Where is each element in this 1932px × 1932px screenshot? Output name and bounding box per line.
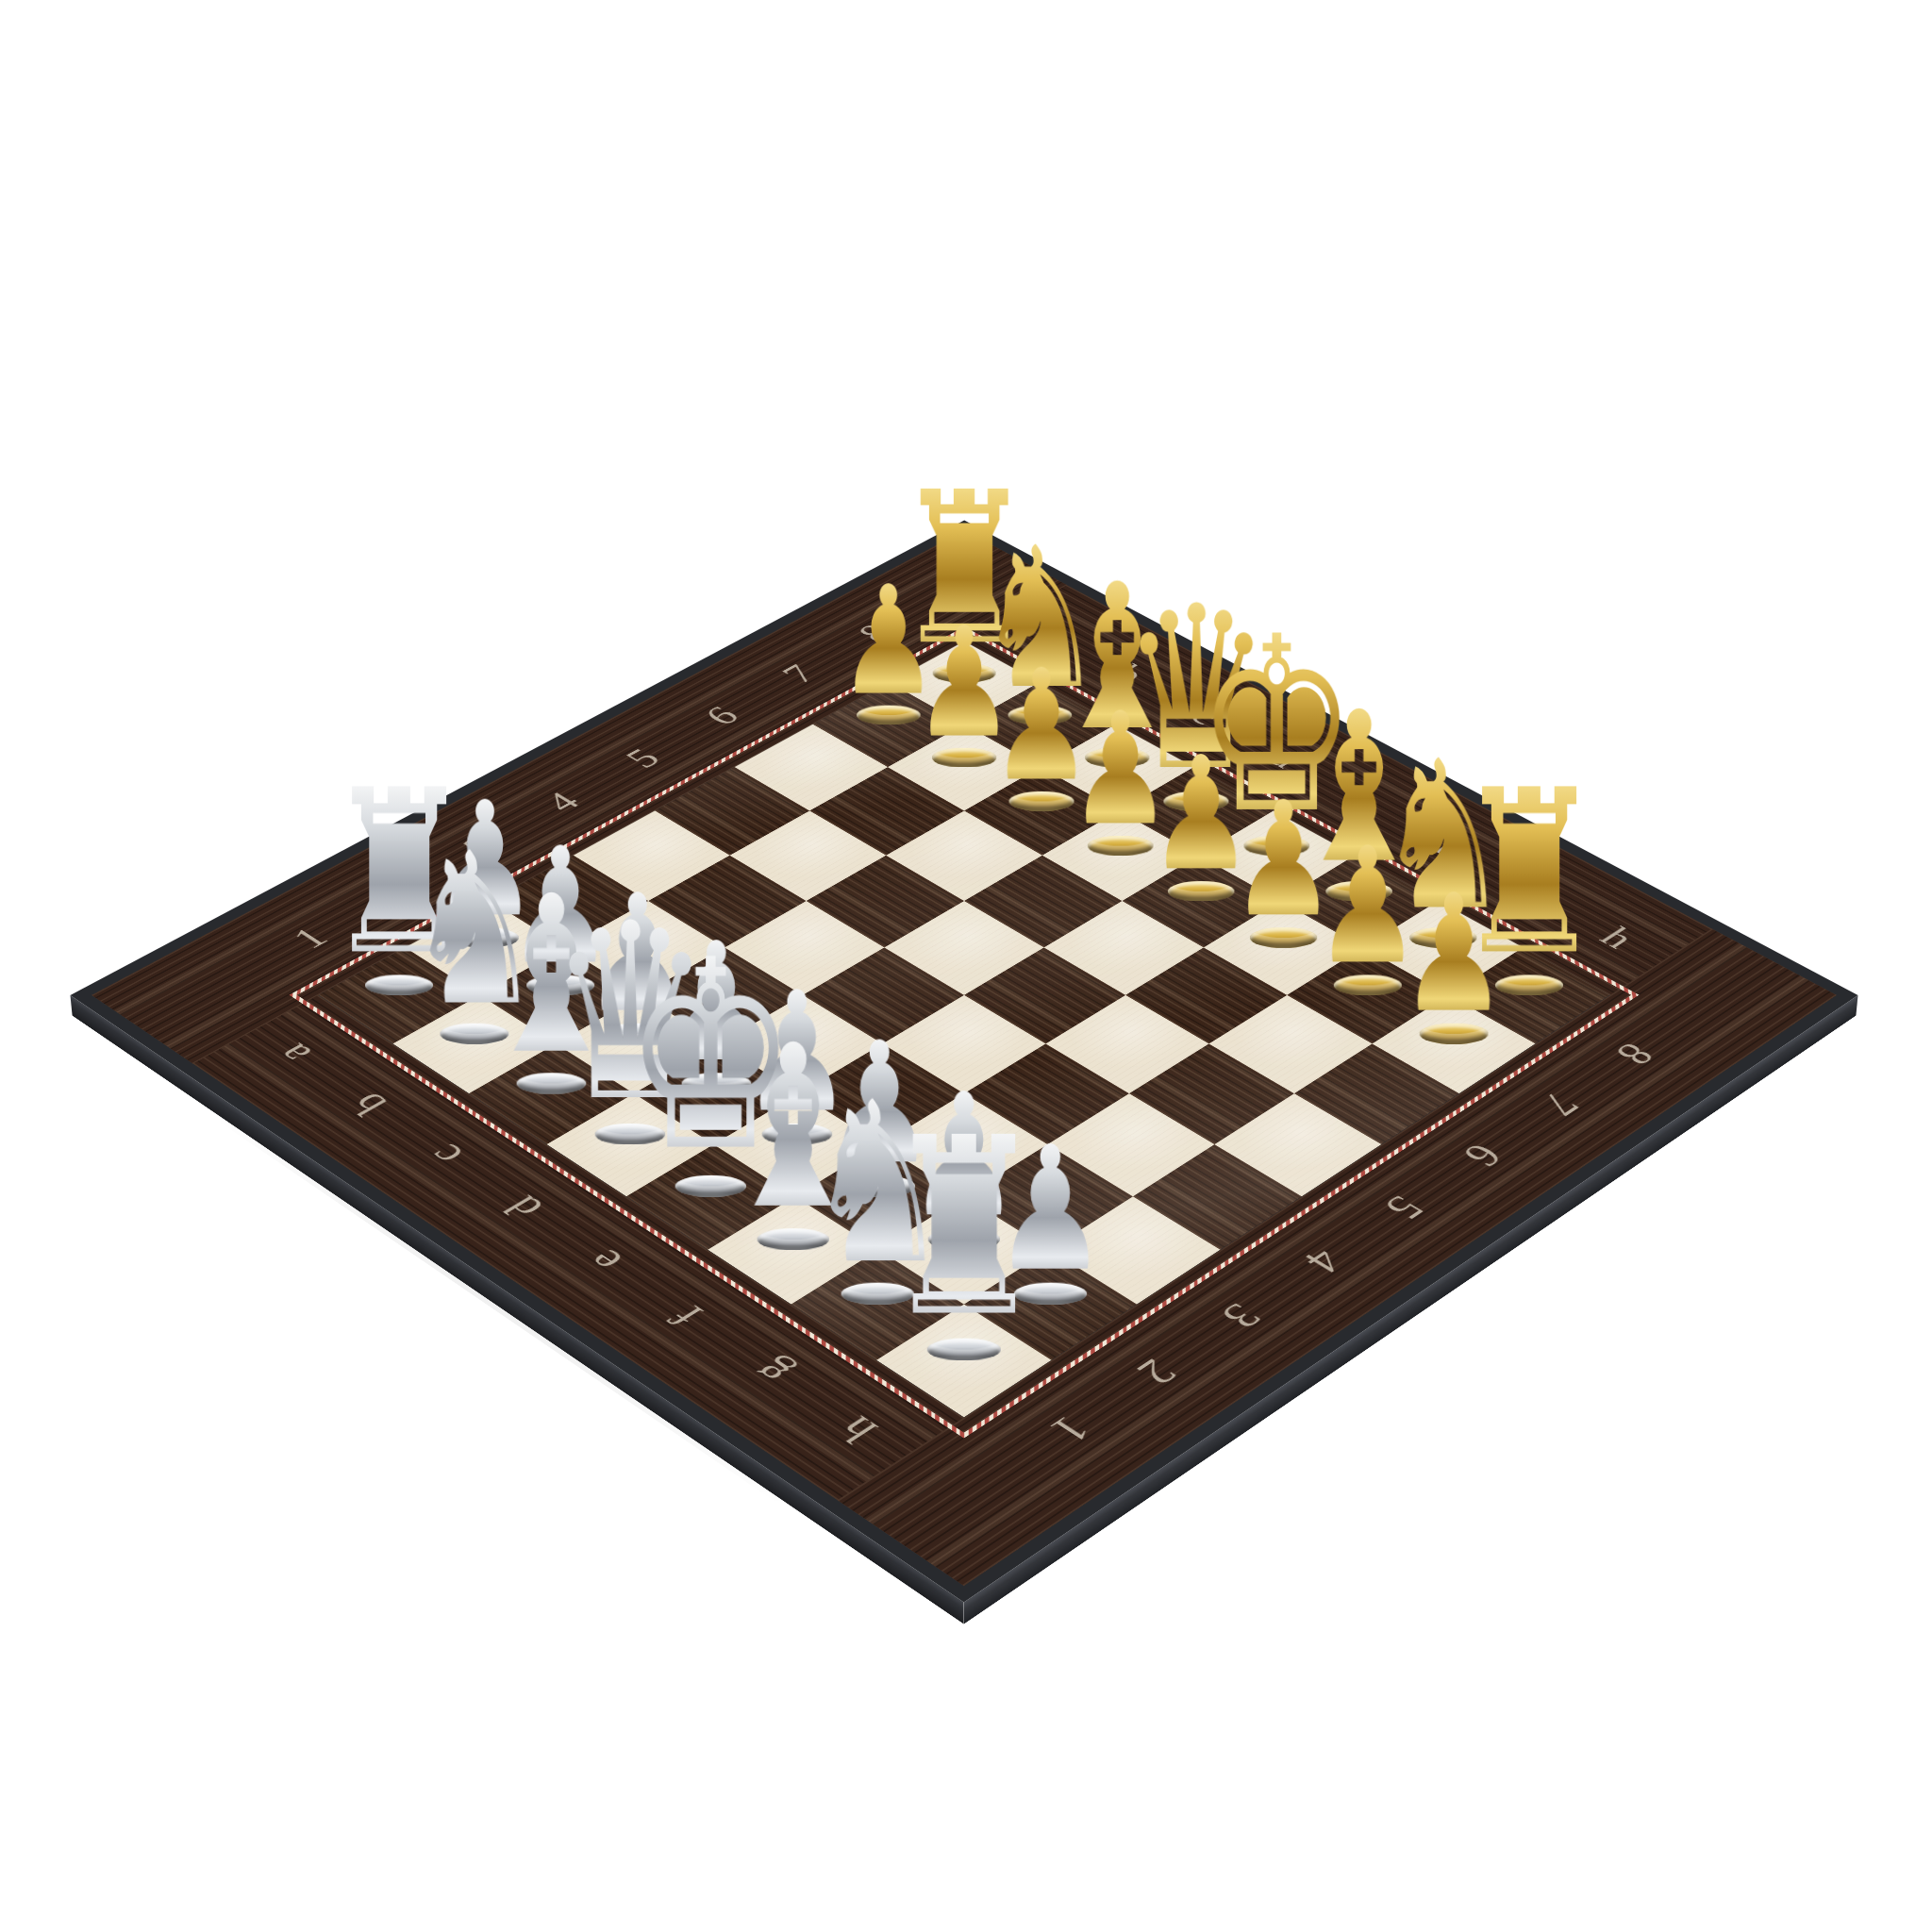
bottom-coordinate-e: e bbox=[577, 1244, 631, 1278]
right-coordinate-2: 2 bbox=[1128, 1354, 1185, 1391]
right-coordinate-4: 4 bbox=[1296, 1243, 1352, 1278]
product-photo-scene: 1234567812345678abcdefghabcdefgh ♜♞♝♛♚♝♞… bbox=[0, 0, 1932, 1932]
right-coordinate-1: 1 bbox=[1042, 1410, 1100, 1448]
piece-base bbox=[927, 1338, 1001, 1360]
bottom-coordinate-d: d bbox=[496, 1191, 552, 1224]
gold-pawn-h7: ♟ bbox=[1340, 849, 1569, 1043]
silver-rook-h1: ♜ bbox=[841, 1080, 1087, 1360]
right-coordinate-8: 8 bbox=[1607, 1038, 1662, 1070]
right-coordinate-5: 5 bbox=[1376, 1191, 1432, 1224]
bottom-coordinate-b: b bbox=[341, 1088, 395, 1121]
bottom-coordinate-g: g bbox=[742, 1354, 799, 1391]
right-coordinate-3: 3 bbox=[1213, 1298, 1270, 1334]
bottom-coordinate-h: h bbox=[828, 1410, 886, 1448]
pawn-glyph: ♟ bbox=[1369, 873, 1539, 1035]
left-coordinate-5: 5 bbox=[619, 744, 667, 772]
right-coordinate-7: 7 bbox=[1533, 1088, 1588, 1121]
bottom-coordinate-c: c bbox=[418, 1139, 472, 1171]
bottom-coordinate-f: f bbox=[661, 1300, 712, 1332]
rook-glyph: ♜ bbox=[874, 1105, 1055, 1350]
chess-board: 1234567812345678abcdefghabcdefgh ♜♞♝♛♚♝♞… bbox=[70, 521, 1857, 1603]
right-coordinate-6: 6 bbox=[1456, 1138, 1511, 1171]
bottom-coordinate-a: a bbox=[267, 1039, 320, 1070]
piece-base bbox=[1420, 1023, 1489, 1043]
left-coordinate-6: 6 bbox=[698, 702, 746, 729]
board-3d-wrap: 1234567812345678abcdefghabcdefgh ♜♞♝♛♚♝♞… bbox=[70, 521, 1857, 1603]
